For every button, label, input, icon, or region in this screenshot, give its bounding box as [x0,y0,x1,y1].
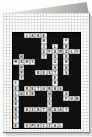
card-front-graph-paper: CAKENFJLROFAMILYHYUEMANYGNPHDPBESTSYECRE… [3,13,90,133]
crossword-grid: CAKENFJLROFAMILYHYUEMANYGNPHDPBESTSYECRE… [12,32,81,129]
black-cell [75,123,81,128]
greeting-card-photo: CAKENFJLROFAMILYHYUEMANYGNPHDPBESTSYECRE… [0,0,92,137]
